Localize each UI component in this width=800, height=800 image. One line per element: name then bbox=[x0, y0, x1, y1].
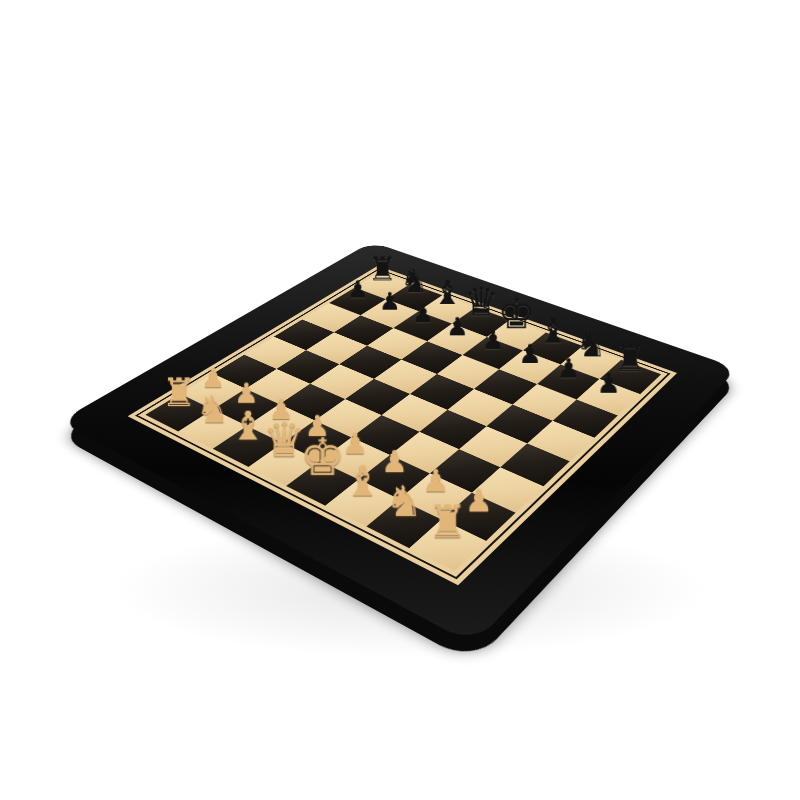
square-h1[interactable]: ♜ bbox=[409, 520, 486, 571]
square-h7[interactable]: ♟ bbox=[577, 379, 640, 415]
piece-black-pawn[interactable]: ♟ bbox=[585, 370, 631, 397]
piece-white-rook[interactable]: ♜ bbox=[420, 499, 475, 544]
product-photo-scene: ♜♞♝♛♚♝♞♜♟♟♟♟♟♟♟♟♟♟♟♟♟♟♟♟♜♞♝♛♚♝♞♜ bbox=[0, 0, 800, 800]
piece-black-pawn[interactable]: ♟ bbox=[546, 355, 591, 382]
